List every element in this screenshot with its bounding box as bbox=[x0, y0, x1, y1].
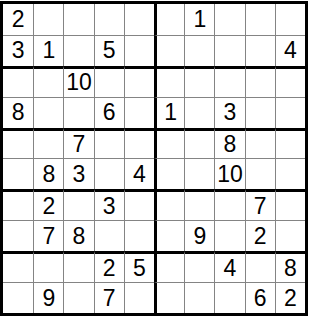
cell-r4c6[interactable]: 1 bbox=[154, 97, 184, 128]
cell-r4c2[interactable] bbox=[33, 97, 63, 128]
cell-r2c1[interactable]: 3 bbox=[3, 35, 33, 66]
cell-r6c2[interactable]: 8 bbox=[33, 158, 63, 189]
cell-r3c6[interactable] bbox=[154, 66, 184, 97]
cell-r4c9[interactable] bbox=[245, 97, 275, 128]
cell-r2c5[interactable] bbox=[124, 35, 154, 66]
cell-r9c9[interactable] bbox=[245, 251, 275, 282]
cell-r5c4[interactable] bbox=[94, 128, 124, 159]
cell-r5c3[interactable]: 7 bbox=[63, 128, 93, 159]
cell-r8c8[interactable] bbox=[214, 220, 244, 251]
cell-r2c4[interactable]: 5 bbox=[94, 35, 124, 66]
cell-r9c7[interactable] bbox=[184, 251, 214, 282]
cell-r10c7[interactable] bbox=[184, 282, 214, 313]
cell-r7c2[interactable]: 2 bbox=[33, 189, 63, 220]
cell-r2c3[interactable] bbox=[63, 35, 93, 66]
cell-r10c8[interactable] bbox=[214, 282, 244, 313]
cell-r3c2[interactable] bbox=[33, 66, 63, 97]
cell-r5c2[interactable] bbox=[33, 128, 63, 159]
cell-r9c4[interactable]: 2 bbox=[94, 251, 124, 282]
cell-r7c6[interactable] bbox=[154, 189, 184, 220]
cell-r7c3[interactable] bbox=[63, 189, 93, 220]
cell-r5c10[interactable] bbox=[275, 128, 305, 159]
cell-r7c8[interactable] bbox=[214, 189, 244, 220]
cell-r1c8[interactable] bbox=[214, 4, 244, 35]
cell-r8c7[interactable]: 9 bbox=[184, 220, 214, 251]
cell-r2c8[interactable] bbox=[214, 35, 244, 66]
cell-r4c7[interactable] bbox=[184, 97, 214, 128]
cell-r3c8[interactable] bbox=[214, 66, 244, 97]
cell-r10c2[interactable]: 9 bbox=[33, 282, 63, 313]
cell-r4c8[interactable]: 3 bbox=[214, 97, 244, 128]
cell-r3c9[interactable] bbox=[245, 66, 275, 97]
cell-r10c5[interactable] bbox=[124, 282, 154, 313]
sudoku-board: 2131541086137883410237789225489762 bbox=[0, 1, 308, 316]
cell-r8c2[interactable]: 7 bbox=[33, 220, 63, 251]
cell-r10c6[interactable] bbox=[154, 282, 184, 313]
sudoku-page: 2131541086137883410237789225489762 bbox=[0, 0, 312, 320]
cell-r8c6[interactable] bbox=[154, 220, 184, 251]
cell-r5c1[interactable] bbox=[3, 128, 33, 159]
cell-r6c8[interactable]: 10 bbox=[214, 158, 244, 189]
cell-r6c3[interactable]: 3 bbox=[63, 158, 93, 189]
cell-r4c5[interactable] bbox=[124, 97, 154, 128]
cell-r4c3[interactable] bbox=[63, 97, 93, 128]
cell-r9c6[interactable] bbox=[154, 251, 184, 282]
cell-r6c1[interactable] bbox=[3, 158, 33, 189]
cell-r8c3[interactable]: 8 bbox=[63, 220, 93, 251]
cell-r5c6[interactable] bbox=[154, 128, 184, 159]
cell-r4c1[interactable]: 8 bbox=[3, 97, 33, 128]
cell-r3c1[interactable] bbox=[3, 66, 33, 97]
cell-r6c7[interactable] bbox=[184, 158, 214, 189]
cell-r2c7[interactable] bbox=[184, 35, 214, 66]
cell-r6c10[interactable] bbox=[275, 158, 305, 189]
cell-r8c4[interactable] bbox=[94, 220, 124, 251]
cell-r5c9[interactable] bbox=[245, 128, 275, 159]
cell-r1c9[interactable] bbox=[245, 4, 275, 35]
cell-r9c2[interactable] bbox=[33, 251, 63, 282]
cell-r1c2[interactable] bbox=[33, 4, 63, 35]
cell-r1c10[interactable] bbox=[275, 4, 305, 35]
cell-r7c1[interactable] bbox=[3, 189, 33, 220]
cell-r2c10[interactable]: 4 bbox=[275, 35, 305, 66]
cell-r9c1[interactable] bbox=[3, 251, 33, 282]
cell-r5c5[interactable] bbox=[124, 128, 154, 159]
cell-r8c10[interactable] bbox=[275, 220, 305, 251]
cell-r1c6[interactable] bbox=[154, 4, 184, 35]
cell-r3c5[interactable] bbox=[124, 66, 154, 97]
cell-r9c5[interactable]: 5 bbox=[124, 251, 154, 282]
cell-r1c5[interactable] bbox=[124, 4, 154, 35]
cell-r7c5[interactable] bbox=[124, 189, 154, 220]
cell-r4c10[interactable] bbox=[275, 97, 305, 128]
cell-r3c4[interactable] bbox=[94, 66, 124, 97]
cell-r6c4[interactable] bbox=[94, 158, 124, 189]
cell-r10c4[interactable]: 7 bbox=[94, 282, 124, 313]
cell-r9c8[interactable]: 4 bbox=[214, 251, 244, 282]
cell-r6c9[interactable] bbox=[245, 158, 275, 189]
cell-r10c9[interactable]: 6 bbox=[245, 282, 275, 313]
cell-r8c9[interactable]: 2 bbox=[245, 220, 275, 251]
cell-r10c1[interactable] bbox=[3, 282, 33, 313]
cell-r10c3[interactable] bbox=[63, 282, 93, 313]
cell-r1c3[interactable] bbox=[63, 4, 93, 35]
cell-r3c10[interactable] bbox=[275, 66, 305, 97]
cell-r4c4[interactable]: 6 bbox=[94, 97, 124, 128]
cell-r3c3[interactable]: 10 bbox=[63, 66, 93, 97]
cell-r5c8[interactable]: 8 bbox=[214, 128, 244, 159]
cell-r1c1[interactable]: 2 bbox=[3, 4, 33, 35]
cell-r7c4[interactable]: 3 bbox=[94, 189, 124, 220]
cell-r1c4[interactable] bbox=[94, 4, 124, 35]
cell-r2c6[interactable] bbox=[154, 35, 184, 66]
cell-r2c2[interactable]: 1 bbox=[33, 35, 63, 66]
cell-r9c3[interactable] bbox=[63, 251, 93, 282]
cell-r6c5[interactable]: 4 bbox=[124, 158, 154, 189]
cell-r2c9[interactable] bbox=[245, 35, 275, 66]
cell-r8c5[interactable] bbox=[124, 220, 154, 251]
cell-r9c10[interactable]: 8 bbox=[275, 251, 305, 282]
cell-r5c7[interactable] bbox=[184, 128, 214, 159]
cell-r10c10[interactable]: 2 bbox=[275, 282, 305, 313]
cell-r7c10[interactable] bbox=[275, 189, 305, 220]
cell-r3c7[interactable] bbox=[184, 66, 214, 97]
cell-r7c9[interactable]: 7 bbox=[245, 189, 275, 220]
cell-r1c7[interactable]: 1 bbox=[184, 4, 214, 35]
cell-r6c6[interactable] bbox=[154, 158, 184, 189]
cell-r7c7[interactable] bbox=[184, 189, 214, 220]
cell-r8c1[interactable] bbox=[3, 220, 33, 251]
